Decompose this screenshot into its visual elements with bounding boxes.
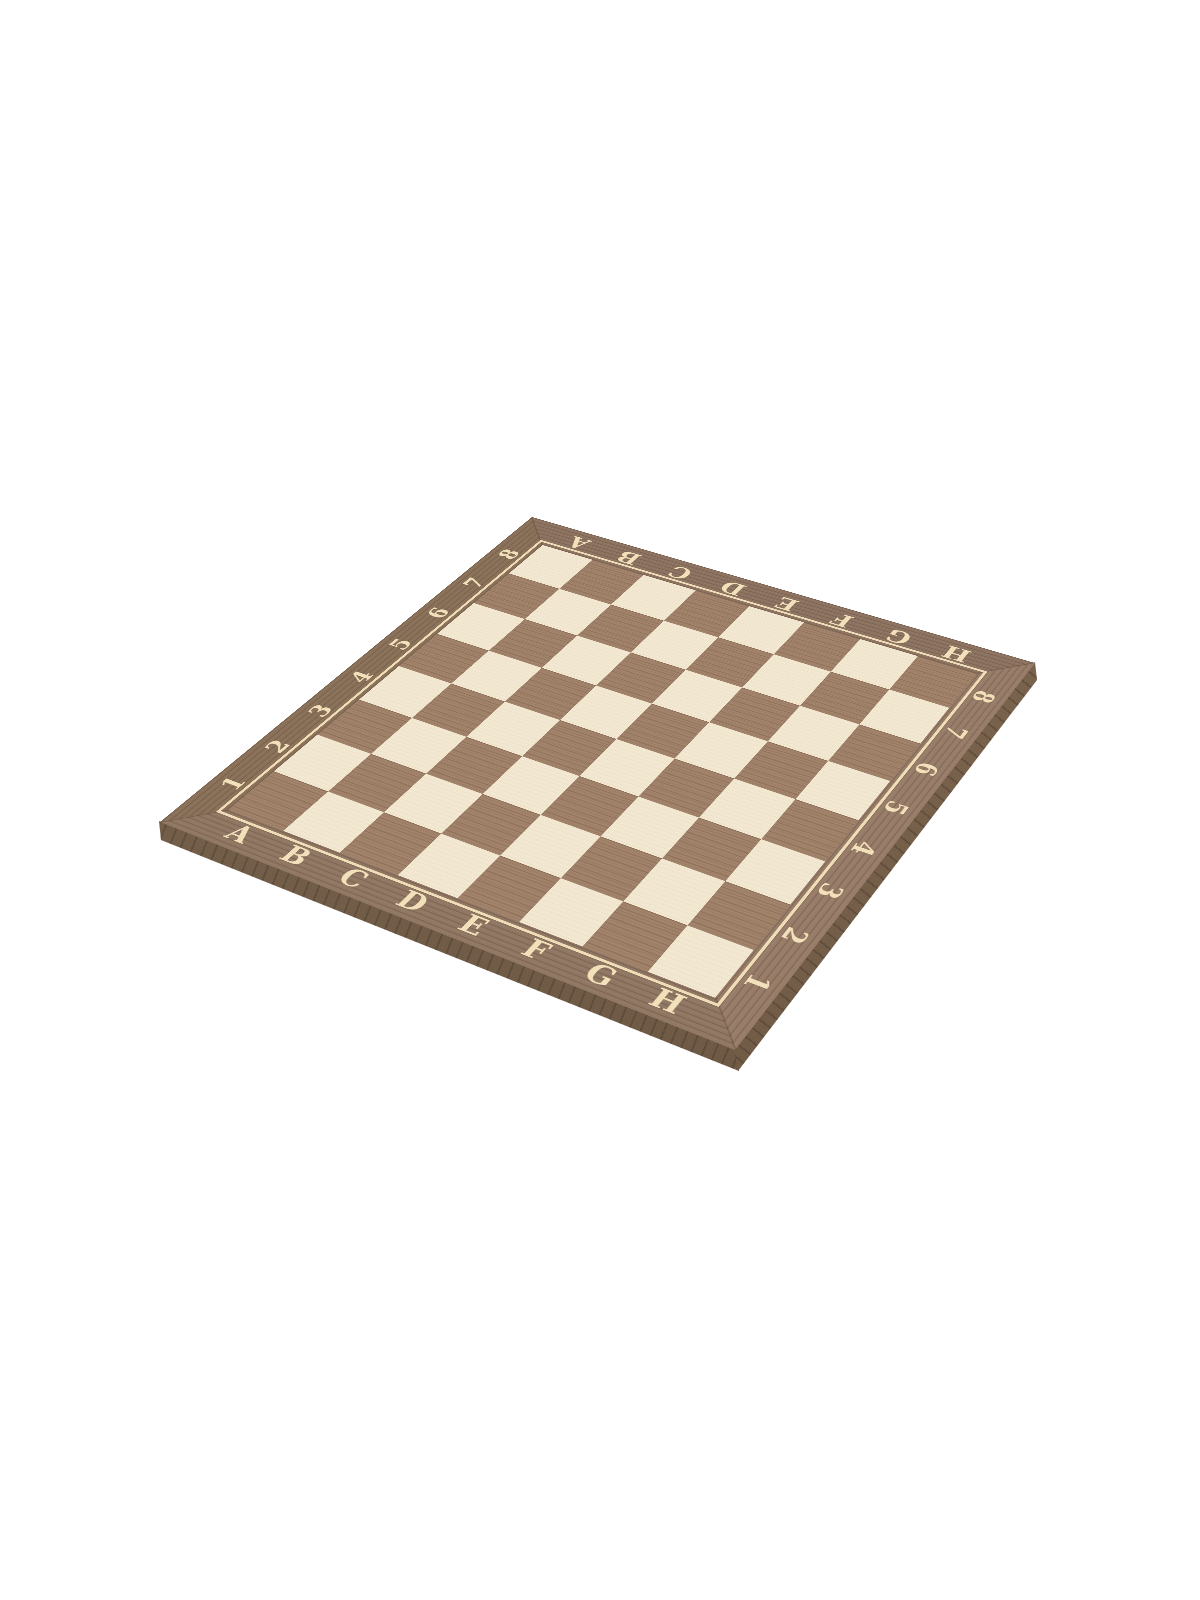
playing-field: [228, 545, 977, 998]
chess-board: AABBCCDDEEFFGGHH8877665544332211: [160, 517, 1035, 1050]
product-photo-scene: AABBCCDDEEFFGGHH8877665544332211: [0, 0, 1200, 1600]
